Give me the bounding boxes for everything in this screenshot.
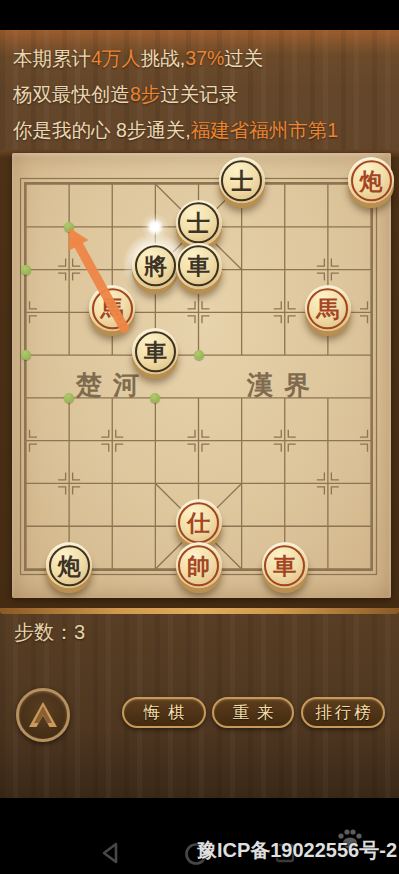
info-text: 4万人 [91, 47, 141, 69]
piece-black-advisor[interactable]: 士 [176, 200, 222, 246]
piece-black-chariot[interactable]: 車 [132, 328, 178, 374]
piece-character: 將 [144, 254, 167, 277]
green-marker-dot [64, 393, 74, 403]
piece-character: 仕 [187, 511, 210, 534]
piece-ring: 將 [135, 245, 176, 286]
piece-red-horse[interactable]: 馬 [89, 286, 135, 332]
info-text: 本期累计 [13, 47, 91, 69]
piece-ring: 仕 [178, 502, 219, 543]
river-label-right: 漢界 [247, 368, 321, 403]
piece-character: 馬 [101, 297, 124, 320]
leaderboard-button[interactable]: 排行榜 [301, 697, 385, 728]
info-line-2: 杨双最快创造8步过关记录 [13, 76, 338, 112]
green-marker-dot [21, 265, 31, 275]
piece-ring: 車 [178, 245, 219, 286]
green-marker-dot [21, 350, 31, 360]
piece-ring: 車 [135, 331, 176, 372]
green-marker-dot [150, 393, 160, 403]
board-frame-trim [0, 608, 399, 614]
info-text: 过关 [224, 47, 263, 69]
info-text: 过关记录 [160, 83, 238, 105]
piece-ring: 炮 [351, 160, 392, 201]
piece-red-chariot[interactable]: 車 [262, 542, 308, 588]
piece-ring: 馬 [92, 288, 133, 329]
green-marker-dot [194, 350, 204, 360]
challenge-info: 本期累计4万人挑战,37%过关 杨双最快创造8步过关记录 你是我的心 8步通关,… [13, 40, 338, 148]
piece-character: 帥 [187, 554, 210, 577]
piece-character: 炮 [58, 554, 81, 577]
piece-ring: 炮 [49, 545, 90, 586]
info-text: 挑战, [141, 47, 185, 69]
piece-ring: 馬 [307, 288, 348, 329]
piece-red-cannon[interactable]: 炮 [348, 157, 394, 203]
piece-character: 車 [144, 340, 167, 363]
mountain-arrow-icon [26, 700, 60, 730]
piece-black-chariot[interactable]: 車 [176, 243, 222, 289]
move-indicator-dot [140, 212, 170, 242]
info-text: 8步 [130, 83, 160, 105]
piece-ring: 帥 [178, 545, 219, 586]
app-screen: 本期累计4万人挑战,37%过关 杨双最快创造8步过关记录 你是我的心 8步通关,… [0, 0, 399, 874]
piece-black-cannon[interactable]: 炮 [46, 542, 92, 588]
piece-ring: 車 [264, 545, 305, 586]
piece-black-general[interactable]: 將 [132, 243, 178, 289]
info-text: 杨双最快创造 [13, 83, 130, 105]
piece-character: 車 [187, 254, 210, 277]
android-nav-bar: 豫ICP备19022556号-2 [0, 798, 399, 874]
piece-character: 車 [273, 554, 296, 577]
piece-character: 馬 [316, 297, 339, 320]
green-marker-dot [64, 222, 74, 232]
piece-red-horse[interactable]: 馬 [305, 286, 351, 332]
expand-button[interactable] [16, 688, 70, 742]
info-text: 37% [185, 47, 224, 69]
info-line-1: 本期累计4万人挑战,37%过关 [13, 40, 338, 76]
info-text: 福建省福州市第1 [191, 119, 338, 141]
piece-character: 士 [187, 212, 210, 235]
info-text: 你是我的心 8步通关, [13, 119, 191, 141]
piece-black-advisor[interactable]: 士 [219, 157, 265, 203]
status-bar [0, 0, 399, 30]
piece-ring: 士 [178, 203, 219, 244]
restart-button[interactable]: 重来 [212, 697, 294, 728]
undo-move-button[interactable]: 悔棋 [122, 697, 206, 728]
step-counter: 步数：3 [14, 619, 85, 646]
nav-back-icon[interactable] [100, 842, 120, 864]
piece-character: 炮 [360, 169, 383, 192]
river-label-left: 楚河 [76, 368, 150, 403]
piece-red-advisor[interactable]: 仕 [176, 500, 222, 546]
icp-watermark: 豫ICP备19022556号-2 [197, 837, 397, 864]
piece-character: 士 [230, 169, 253, 192]
piece-ring: 士 [221, 160, 262, 201]
piece-red-general[interactable]: 帥 [176, 542, 222, 588]
info-line-3: 你是我的心 8步通关,福建省福州市第1 [13, 112, 338, 148]
